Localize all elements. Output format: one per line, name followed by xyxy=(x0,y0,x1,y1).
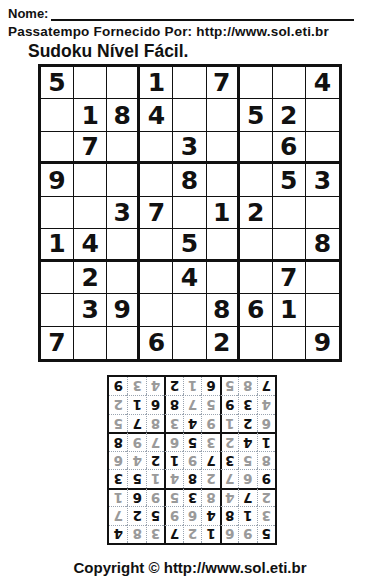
cell-r1c9: 4 xyxy=(306,67,339,99)
cell-r9c3 xyxy=(107,327,140,359)
cell-r5c2 xyxy=(74,197,107,229)
solution-cell-r6c4: 3 xyxy=(201,432,219,450)
solution-cell-r6c7: 7 xyxy=(146,432,164,450)
cell-r6c5: 5 xyxy=(173,229,206,261)
cell-r4c1: 9 xyxy=(41,164,74,196)
solution-cell-r5c2: 5 xyxy=(238,451,256,469)
solution-cell-r5c7: 2 xyxy=(146,451,164,469)
solution-cell-r5c9: 6 xyxy=(109,451,127,469)
cell-r8c1 xyxy=(41,294,74,326)
solution-cell-r5c3: 3 xyxy=(220,451,238,469)
cell-r8c4 xyxy=(140,294,173,326)
cell-r9c2 xyxy=(74,327,107,359)
solution-cell-r8c5: 7 xyxy=(183,395,201,413)
solution-cell-r5c5: 9 xyxy=(183,451,201,469)
solution-cell-r2c9: 7 xyxy=(109,506,127,524)
solution-cell-r9c7: 4 xyxy=(146,377,164,395)
cell-r9c5 xyxy=(173,327,206,359)
cell-r5c6: 1 xyxy=(207,197,240,229)
solution-cell-r6c6: 6 xyxy=(164,432,182,450)
cell-r5c3: 3 xyxy=(107,197,140,229)
solution-cell-r7c3: 1 xyxy=(220,414,238,432)
sudoku-solution-grid-rotated: 5961273843184695272748359619672841538537… xyxy=(107,375,277,545)
cell-r2c8: 2 xyxy=(273,99,306,131)
cell-r3c4 xyxy=(140,132,173,164)
solution-cell-r3c3: 4 xyxy=(220,488,238,506)
solution-cell-r1c2: 9 xyxy=(238,525,256,543)
cell-r8c7: 6 xyxy=(240,294,273,326)
cell-r4c8: 5 xyxy=(273,164,306,196)
cell-r7c2: 2 xyxy=(74,262,107,294)
cell-r2c1 xyxy=(41,99,74,131)
cell-r6c4 xyxy=(140,229,173,261)
solution-cell-r3c7: 9 xyxy=(146,488,164,506)
solution-cell-r1c9: 4 xyxy=(109,525,127,543)
cell-r1c7 xyxy=(240,67,273,99)
solution-cell-r2c4: 4 xyxy=(201,506,219,524)
cell-r5c5 xyxy=(173,197,206,229)
cell-r3c1 xyxy=(41,132,74,164)
cell-r1c1: 5 xyxy=(41,67,74,99)
solution-cell-r2c6: 9 xyxy=(164,506,182,524)
solution-cell-r2c7: 5 xyxy=(146,506,164,524)
solution-cell-r9c5: 1 xyxy=(183,377,201,395)
cell-r1c5 xyxy=(173,67,206,99)
cell-r1c4: 1 xyxy=(140,67,173,99)
cell-r3c9 xyxy=(306,132,339,164)
solution-cell-r1c3: 6 xyxy=(220,525,238,543)
solution-cell-r1c4: 1 xyxy=(201,525,219,543)
solution-cell-r7c8: 7 xyxy=(127,414,145,432)
cell-r7c3 xyxy=(107,262,140,294)
cell-r4c6 xyxy=(207,164,240,196)
cell-r7c7 xyxy=(240,262,273,294)
cell-r2c3: 8 xyxy=(107,99,140,131)
sudoku-puzzle-grid: 517418452736985337121458247398617629 xyxy=(38,64,342,362)
solution-cell-r3c5: 3 xyxy=(183,488,201,506)
solution-cell-r3c1: 2 xyxy=(257,488,275,506)
cell-r4c7 xyxy=(240,164,273,196)
solution-cell-r8c9: 2 xyxy=(109,395,127,413)
solution-cell-r9c1: 7 xyxy=(257,377,275,395)
cell-r6c8 xyxy=(273,229,306,261)
name-label: Nome: xyxy=(8,6,48,21)
solution-cell-r1c1: 5 xyxy=(257,525,275,543)
cell-r3c7 xyxy=(240,132,273,164)
cell-r1c2 xyxy=(74,67,107,99)
solution-cell-r1c6: 7 xyxy=(164,525,182,543)
cell-r6c1: 1 xyxy=(41,229,74,261)
cell-r3c2: 7 xyxy=(74,132,107,164)
cell-r6c2: 4 xyxy=(74,229,107,261)
cell-r8c8: 1 xyxy=(273,294,306,326)
cell-r8c3: 9 xyxy=(107,294,140,326)
solution-cell-r3c4: 8 xyxy=(201,488,219,506)
copyright-line: Copyright © http://www.sol.eti.br xyxy=(0,559,380,576)
cell-r3c5: 3 xyxy=(173,132,206,164)
cell-r9c7 xyxy=(240,327,273,359)
cell-r1c3 xyxy=(107,67,140,99)
solution-cell-r4c5: 8 xyxy=(183,469,201,487)
cell-r4c5: 8 xyxy=(173,164,206,196)
cell-r2c2: 1 xyxy=(74,99,107,131)
cell-r8c9 xyxy=(306,294,339,326)
cell-r9c6: 2 xyxy=(207,327,240,359)
solution-cell-r4c7: 1 xyxy=(146,469,164,487)
solution-cell-r5c4: 7 xyxy=(201,451,219,469)
cell-r6c6 xyxy=(207,229,240,261)
provider-line: Passatempo Fornecido Por: http://www.sol… xyxy=(8,24,329,39)
cell-r9c4: 6 xyxy=(140,327,173,359)
solution-cell-r6c3: 2 xyxy=(220,432,238,450)
solution-cell-r4c4: 2 xyxy=(201,469,219,487)
solution-cell-r3c6: 5 xyxy=(164,488,182,506)
cell-r4c9: 3 xyxy=(306,164,339,196)
cell-r2c4: 4 xyxy=(140,99,173,131)
solution-cell-r8c7: 6 xyxy=(146,395,164,413)
cell-r7c1 xyxy=(41,262,74,294)
solution-cell-r9c9: 9 xyxy=(109,377,127,395)
solution-cell-r8c2: 3 xyxy=(238,395,256,413)
cell-r1c6: 7 xyxy=(207,67,240,99)
cell-r2c5 xyxy=(173,99,206,131)
cell-r7c9 xyxy=(306,262,339,294)
solution-cell-r4c8: 5 xyxy=(127,469,145,487)
cell-r4c4 xyxy=(140,164,173,196)
cell-r7c4 xyxy=(140,262,173,294)
cell-r5c7: 2 xyxy=(240,197,273,229)
solution-cell-r8c8: 1 xyxy=(127,395,145,413)
solution-cell-r3c2: 7 xyxy=(238,488,256,506)
solution-cell-r7c5: 4 xyxy=(183,414,201,432)
cell-r5c9 xyxy=(306,197,339,229)
cell-r5c1 xyxy=(41,197,74,229)
solution-cell-r2c5: 6 xyxy=(183,506,201,524)
solution-cell-r8c1: 4 xyxy=(257,395,275,413)
solution-cell-r7c2: 2 xyxy=(238,414,256,432)
solution-cell-r7c9: 5 xyxy=(109,414,127,432)
solution-cell-r9c6: 2 xyxy=(164,377,182,395)
solution-cell-r9c3: 5 xyxy=(220,377,238,395)
cell-r3c8: 6 xyxy=(273,132,306,164)
cell-r9c9: 9 xyxy=(306,327,339,359)
cell-r5c4: 7 xyxy=(140,197,173,229)
solution-cell-r6c8: 9 xyxy=(127,432,145,450)
cell-r8c2: 3 xyxy=(74,294,107,326)
solution-cell-r6c1: 1 xyxy=(257,432,275,450)
cell-r3c6 xyxy=(207,132,240,164)
solution-cell-r7c6: 3 xyxy=(164,414,182,432)
solution-cell-r2c2: 1 xyxy=(238,506,256,524)
cell-r7c8: 7 xyxy=(273,262,306,294)
solution-cell-r2c3: 8 xyxy=(220,506,238,524)
cell-r6c9: 8 xyxy=(306,229,339,261)
solution-cell-r8c4: 5 xyxy=(201,395,219,413)
solution-cell-r2c8: 2 xyxy=(127,506,145,524)
solution-cell-r4c3: 7 xyxy=(220,469,238,487)
cell-r2c7: 5 xyxy=(240,99,273,131)
solution-cell-r9c4: 6 xyxy=(201,377,219,395)
solution-cell-r5c8: 4 xyxy=(127,451,145,469)
solution-cell-r4c6: 4 xyxy=(164,469,182,487)
name-field-row: Nome: xyxy=(8,4,354,21)
page-title: Sudoku Nível Fácil. xyxy=(28,41,188,62)
cell-r6c3 xyxy=(107,229,140,261)
cell-r7c6 xyxy=(207,262,240,294)
solution-cell-r3c8: 6 xyxy=(127,488,145,506)
cell-r2c9 xyxy=(306,99,339,131)
solution-cell-r1c7: 3 xyxy=(146,525,164,543)
name-blank-line xyxy=(51,4,354,21)
cell-r9c1: 7 xyxy=(41,327,74,359)
solution-cell-r5c1: 8 xyxy=(257,451,275,469)
solution-cell-r1c5: 2 xyxy=(183,525,201,543)
solution-cell-r4c2: 6 xyxy=(238,469,256,487)
solution-cell-r1c8: 8 xyxy=(127,525,145,543)
cell-r4c2 xyxy=(74,164,107,196)
cell-r9c8 xyxy=(273,327,306,359)
cell-r6c7 xyxy=(240,229,273,261)
cell-r7c5: 4 xyxy=(173,262,206,294)
cell-r1c8 xyxy=(273,67,306,99)
cell-r8c6: 8 xyxy=(207,294,240,326)
solution-cell-r6c5: 5 xyxy=(183,432,201,450)
solution-cell-r9c2: 8 xyxy=(238,377,256,395)
cell-r8c5 xyxy=(173,294,206,326)
cell-r4c3 xyxy=(107,164,140,196)
solution-cell-r8c6: 8 xyxy=(164,395,182,413)
solution-cell-r5c6: 1 xyxy=(164,451,182,469)
solution-cell-r3c9: 1 xyxy=(109,488,127,506)
solution-cell-r7c1: 6 xyxy=(257,414,275,432)
solution-cell-r4c9: 3 xyxy=(109,469,127,487)
solution-cell-r8c3: 9 xyxy=(220,395,238,413)
cell-r5c8 xyxy=(273,197,306,229)
solution-cell-r4c1: 9 xyxy=(257,469,275,487)
solution-cell-r7c4: 9 xyxy=(201,414,219,432)
solution-cell-r2c1: 3 xyxy=(257,506,275,524)
solution-cell-r6c2: 4 xyxy=(238,432,256,450)
cell-r3c3 xyxy=(107,132,140,164)
solution-cell-r7c7: 8 xyxy=(146,414,164,432)
solution-cell-r9c8: 3 xyxy=(127,377,145,395)
cell-r2c6 xyxy=(207,99,240,131)
solution-cell-r6c9: 8 xyxy=(109,432,127,450)
